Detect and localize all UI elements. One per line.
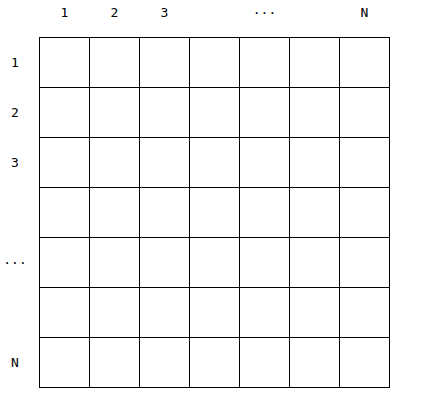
grid-cell-r3-c6 [290,138,339,187]
grid-cell-r3-c2 [90,138,139,187]
grid-cell-r2-c1 [40,88,89,137]
grid-cell-r7-c1 [40,338,89,387]
grid-cell-r5-c1 [40,238,89,287]
grid-cell-r4-c3 [140,188,189,237]
grid-cell-r1-c3 [140,38,189,87]
row-label-1: 1 [0,38,30,87]
grid-cell-r5-c2 [90,238,139,287]
grid-cell-r5-c6 [290,238,339,287]
grid-cell-r3-c1 [40,138,89,187]
grid-cell-r1-c6 [290,38,339,87]
grid-cell-r1-c2 [90,38,139,87]
grid-cell-r4-c6 [290,188,339,237]
grid-cell-r7-c2 [90,338,139,387]
grid-cell-r2-c2 [90,88,139,137]
grid-cell-r3-c4 [190,138,239,187]
column-label-4 [190,5,239,20]
grid-cell-r5-c7 [340,238,389,287]
grid-cell-r6-c5 [240,288,289,337]
grid-cell-r7-c4 [190,338,239,387]
grid-cell-r5-c3 [140,238,189,287]
grid-board [39,37,390,388]
row-labels: 1 2 3 ··· N [0,37,30,388]
grid-cell-r4-c4 [190,188,239,237]
grid-cell-r1-c1 [40,38,89,87]
grid-cell-r1-c7 [340,38,389,87]
grid-cell-r4-c5 [240,188,289,237]
row-label-3: 3 [0,138,30,187]
grid-cell-r7-c7 [340,338,389,387]
grid-cell-r6-c7 [340,288,389,337]
grid-cell-r6-c6 [290,288,339,337]
grid-cell-r3-c3 [140,138,189,187]
column-label-2: 2 [90,5,139,20]
row-label-ellipsis: ··· [0,238,30,287]
row-label-n: N [0,338,30,387]
column-label-ellipsis: ··· [240,5,289,20]
grid-cell-r4-c7 [340,188,389,237]
column-label-3: 3 [140,5,189,20]
row-label-4 [0,188,30,237]
grid-cell-r2-c6 [290,88,339,137]
grid-cell-r2-c3 [140,88,189,137]
grid-cell-r5-c4 [190,238,239,287]
grid-cell-r6-c3 [140,288,189,337]
grid-cell-r4-c2 [90,188,139,237]
grid-cell-r2-c4 [190,88,239,137]
row-label-6 [0,288,30,337]
grid-cell-r6-c2 [90,288,139,337]
column-label-6 [290,5,339,20]
grid-cell-r3-c5 [240,138,289,187]
nxn-grid-diagram: 1 2 3 ··· N 1 2 3 ··· N [0,0,424,397]
grid-cell-r1-c5 [240,38,289,87]
grid-cell-r2-c5 [240,88,289,137]
grid-cell-r4-c1 [40,188,89,237]
grid-cell-r2-c7 [340,88,389,137]
grid-cell-r7-c5 [240,338,289,387]
grid-cell-r6-c1 [40,288,89,337]
grid-cell-r6-c4 [190,288,239,337]
grid-cell-r5-c5 [240,238,289,287]
grid-cell-r1-c4 [190,38,239,87]
row-label-2: 2 [0,88,30,137]
grid-cell-r3-c7 [340,138,389,187]
column-labels: 1 2 3 ··· N [39,5,390,20]
grid-cell-r7-c6 [290,338,339,387]
grid-cell-r7-c3 [140,338,189,387]
column-label-1: 1 [40,5,89,20]
column-label-n: N [340,5,389,20]
